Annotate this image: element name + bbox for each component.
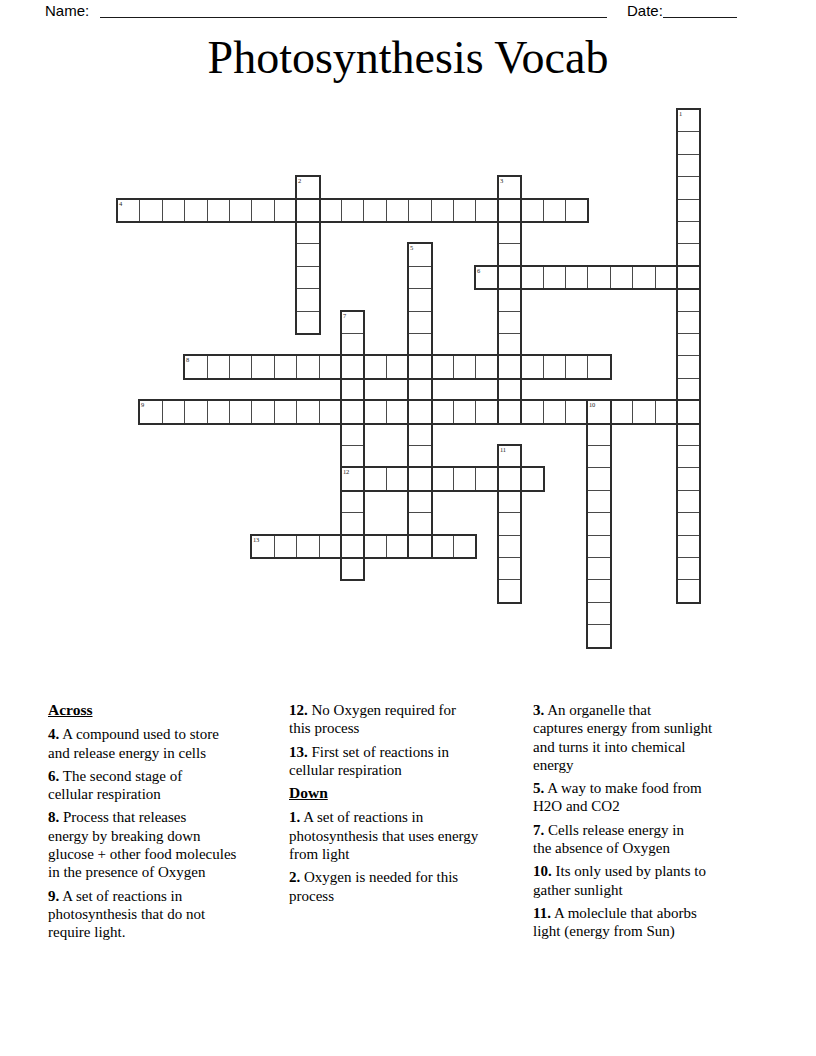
grid-cell[interactable] — [251, 355, 275, 379]
grid-cell[interactable] — [677, 176, 700, 200]
grid-cell[interactable] — [498, 199, 521, 222]
clue-number-label: 11. — [533, 905, 551, 921]
clue-6: 6. The second stage of cellular respirat… — [48, 767, 284, 804]
grid-cell[interactable] — [408, 333, 432, 356]
grid-cell[interactable] — [587, 400, 611, 424]
clue-number-label: 9. — [48, 888, 59, 904]
grid-cell[interactable] — [565, 355, 588, 379]
grid-cell[interactable] — [610, 400, 633, 424]
clue-text: A way to make food from H2O and CO2 — [533, 780, 702, 814]
grid-cell[interactable] — [184, 400, 208, 424]
grid-cell[interactable] — [408, 378, 432, 401]
grid-cell[interactable] — [677, 423, 700, 446]
clue-text: The second stage of cellular respiration — [48, 768, 182, 802]
grid-cell[interactable] — [139, 199, 163, 222]
grid-cell[interactable] — [319, 355, 342, 379]
grid-cell[interactable] — [677, 557, 700, 580]
grid-cell[interactable] — [386, 467, 409, 491]
grid-cell[interactable] — [565, 199, 588, 222]
grid-cell[interactable] — [431, 400, 454, 424]
clue-number-label: 3. — [533, 702, 544, 718]
grid-cell[interactable] — [543, 199, 566, 222]
clue-12: 12. No Oxygen required for this process — [289, 701, 521, 738]
grid-cell[interactable] — [475, 199, 499, 222]
grid-cell[interactable] — [587, 490, 611, 513]
crossword-grid: 12345678910111213 — [117, 109, 701, 649]
grid-cell[interactable] — [162, 400, 185, 424]
down-heading: Down — [289, 784, 521, 802]
clue-text: An organelle that captures energy from s… — [533, 702, 712, 773]
clue-2: 2. Oxygen is needed for this process — [289, 868, 521, 905]
grid-cell[interactable] — [274, 535, 297, 558]
grid-cell[interactable] — [498, 400, 521, 424]
grid-cell[interactable] — [341, 333, 364, 356]
clue-number-label: 8. — [48, 809, 59, 825]
grid-cell[interactable] — [341, 557, 364, 580]
grid-cell[interactable] — [543, 266, 566, 289]
clue-1: 1. A set of reactions in photosynthesis … — [289, 808, 521, 863]
grid-cell[interactable] — [408, 355, 432, 379]
clue-number-label: 7. — [533, 822, 544, 838]
grid-cell[interactable] — [408, 400, 432, 424]
page-title: Photosynthesis Vocab — [0, 33, 816, 84]
grid-cell[interactable] — [677, 221, 700, 244]
grid-cell[interactable] — [296, 199, 320, 222]
grid-cell[interactable] — [386, 535, 409, 558]
grid-cell[interactable] — [677, 243, 700, 267]
grid-cell[interactable] — [386, 400, 409, 424]
grid-cell[interactable] — [498, 557, 521, 580]
grid-cell[interactable] — [363, 535, 387, 558]
clue-number-label: 13. — [289, 744, 308, 760]
grid-cell[interactable] — [475, 266, 499, 289]
grid-cell[interactable] — [296, 311, 320, 334]
grid-cell[interactable] — [431, 199, 454, 222]
grid-cell[interactable] — [677, 355, 700, 379]
grid-cell[interactable] — [274, 355, 297, 379]
grid-cell[interactable] — [498, 333, 521, 356]
grid-cell[interactable] — [251, 535, 275, 558]
grid-cell[interactable] — [184, 199, 208, 222]
grid-cell[interactable] — [386, 355, 409, 379]
grid-cell[interactable] — [408, 199, 432, 222]
name-blank-line[interactable] — [100, 1, 607, 18]
grid-cell[interactable] — [677, 378, 700, 401]
grid-cell[interactable] — [251, 400, 275, 424]
grid-cell[interactable] — [655, 266, 678, 289]
grid-cell[interactable] — [431, 535, 454, 558]
grid-cell[interactable] — [341, 445, 364, 468]
grid-cell[interactable] — [655, 400, 678, 424]
grid-cell[interactable] — [587, 467, 611, 491]
grid-cell[interactable] — [296, 288, 320, 312]
grid-cell[interactable] — [520, 199, 544, 222]
grid-cell[interactable] — [565, 266, 588, 289]
grid-cell[interactable] — [677, 199, 700, 222]
grid-cell[interactable] — [363, 199, 387, 222]
grid-cell[interactable] — [498, 579, 521, 603]
grid-cell[interactable] — [341, 467, 364, 491]
grid-cell[interactable] — [677, 400, 700, 424]
grid-cell[interactable] — [341, 311, 364, 334]
grid-cell[interactable] — [431, 467, 454, 491]
grid-cell[interactable] — [677, 490, 700, 513]
grid-cell[interactable] — [274, 400, 297, 424]
clue-text: Its only used by plants to gather sunlig… — [533, 863, 706, 897]
grid-cell[interactable] — [498, 288, 521, 312]
grid-cell[interactable] — [386, 199, 409, 222]
clue-9: 9. A set of reactions in photosynthesis … — [48, 887, 284, 942]
grid-cell[interactable] — [207, 199, 230, 222]
grid-cell[interactable] — [341, 378, 364, 401]
grid-cell[interactable] — [296, 355, 320, 379]
grid-cell[interactable] — [408, 266, 432, 289]
clue-text: No Oxygen required for this process — [289, 702, 456, 736]
grid-cell[interactable] — [677, 333, 700, 356]
grid-cell[interactable] — [543, 355, 566, 379]
grid-cell[interactable] — [587, 602, 611, 625]
clue-number-label: 2. — [289, 869, 300, 885]
grid-cell[interactable] — [498, 243, 521, 267]
grid-cell[interactable] — [341, 423, 364, 446]
clue-3: 3. An organelle that captures energy fro… — [533, 701, 769, 774]
grid-cell[interactable] — [341, 199, 364, 222]
grid-cell[interactable] — [319, 535, 342, 558]
grid-cell[interactable] — [408, 490, 432, 513]
grid-cell[interactable] — [207, 355, 230, 379]
clue-text: Oxygen is needed for this process — [289, 869, 458, 903]
grid-cell[interactable] — [543, 400, 566, 424]
across-heading: Across — [48, 701, 284, 719]
grid-cell[interactable] — [498, 176, 521, 200]
grid-cell[interactable] — [296, 266, 320, 289]
clue-number-label: 10. — [533, 863, 552, 879]
grid-cell[interactable] — [677, 445, 700, 468]
grid-cell[interactable] — [207, 400, 230, 424]
grid-cell[interactable] — [610, 266, 633, 289]
grid-cell[interactable] — [363, 355, 387, 379]
grid-cell[interactable] — [677, 311, 700, 334]
clue-text: A moleclule that aborbs light (energy fr… — [533, 905, 697, 939]
grid-cell[interactable] — [453, 535, 476, 558]
clue-11: 11. A moleclule that aborbs light (energ… — [533, 904, 769, 941]
grid-cell[interactable] — [632, 400, 656, 424]
clue-13: 13. First set of reactions in cellular r… — [289, 743, 521, 780]
grid-cell[interactable] — [341, 400, 364, 424]
grid-cell[interactable] — [587, 557, 611, 580]
grid-cell[interactable] — [139, 400, 163, 424]
grid-cell[interactable] — [677, 579, 700, 603]
clue-8: 8. Process that releases energy by break… — [48, 808, 284, 881]
clue-column-2: 12. No Oxygen required for this process1… — [289, 701, 521, 910]
grid-cell[interactable] — [498, 311, 521, 334]
grid-cell[interactable] — [229, 199, 252, 222]
date-blank-line[interactable] — [663, 1, 737, 18]
worksheet-page: Name: Date: Photosynthesis Vocab 1234567… — [0, 0, 816, 1056]
clue-text: First set of reactions in cellular respi… — [289, 744, 449, 778]
grid-cell[interactable] — [520, 400, 544, 424]
grid-cell[interactable] — [431, 355, 454, 379]
grid-cell[interactable] — [587, 423, 611, 446]
grid-cell[interactable] — [498, 378, 521, 401]
grid-cell[interactable] — [319, 199, 342, 222]
grid-cell[interactable] — [408, 243, 432, 267]
grid-cell[interactable] — [632, 266, 656, 289]
clue-number-label: 5. — [533, 780, 544, 796]
grid-cell[interactable] — [677, 512, 700, 536]
grid-cell[interactable] — [453, 400, 476, 424]
grid-cell[interactable] — [341, 512, 364, 536]
clue-text: Cells release energy in the absence of O… — [533, 822, 684, 856]
grid-cell[interactable] — [341, 490, 364, 513]
grid-cell[interactable] — [296, 535, 320, 558]
grid-cell[interactable] — [229, 400, 252, 424]
grid-cell[interactable] — [587, 579, 611, 603]
grid-cell[interactable] — [296, 400, 320, 424]
grid-cell[interactable] — [587, 535, 611, 558]
grid-cell[interactable] — [520, 467, 544, 491]
grid-cell[interactable] — [184, 355, 208, 379]
grid-cell[interactable] — [408, 535, 432, 558]
grid-cell[interactable] — [296, 221, 320, 244]
grid-cell[interactable] — [498, 445, 521, 468]
grid-cell[interactable] — [677, 467, 700, 491]
grid-cell[interactable] — [475, 355, 499, 379]
clue-text: A set of reactions in photosynthesis tha… — [289, 809, 478, 862]
grid-cell[interactable] — [162, 199, 185, 222]
grid-cell[interactable] — [677, 154, 700, 177]
grid-cell[interactable] — [363, 467, 387, 491]
grid-cell[interactable] — [498, 535, 521, 558]
grid-cell[interactable] — [408, 288, 432, 312]
grid-cell[interactable] — [408, 311, 432, 334]
grid-cell[interactable] — [498, 355, 521, 379]
grid-cell[interactable] — [229, 355, 252, 379]
grid-cell[interactable] — [341, 535, 364, 558]
clue-number-label: 1. — [289, 809, 300, 825]
grid-cell[interactable] — [520, 266, 544, 289]
grid-cell[interactable] — [319, 400, 342, 424]
grid-cell[interactable] — [677, 109, 700, 132]
grid-cell[interactable] — [587, 445, 611, 468]
grid-cell[interactable] — [475, 467, 499, 491]
grid-cell[interactable] — [453, 355, 476, 379]
clue-text: A set of reactions in photosynthesis tha… — [48, 888, 205, 941]
grid-cell[interactable] — [498, 490, 521, 513]
grid-cell[interactable] — [296, 176, 320, 200]
grid-cell[interactable] — [296, 243, 320, 267]
clue-5: 5. A way to make food from H2O and CO2 — [533, 779, 769, 816]
grid-cell[interactable] — [587, 355, 611, 379]
grid-cell[interactable] — [677, 288, 700, 312]
grid-cell[interactable] — [498, 467, 521, 491]
grid-cell[interactable] — [408, 445, 432, 468]
grid-cell[interactable] — [498, 221, 521, 244]
clue-column-3: 3. An organelle that captures energy fro… — [533, 701, 769, 946]
clue-10: 10. Its only used by plants to gather su… — [533, 862, 769, 899]
grid-cell[interactable] — [587, 266, 611, 289]
date-label: Date: — [627, 2, 663, 19]
grid-cell[interactable] — [677, 131, 700, 155]
clue-number-label: 12. — [289, 702, 308, 718]
grid-cell[interactable] — [565, 400, 588, 424]
name-label: Name: — [45, 2, 89, 19]
grid-cell[interactable] — [677, 535, 700, 558]
grid-cell[interactable] — [498, 266, 521, 289]
clue-number-label: 4. — [48, 726, 59, 742]
clue-text: Process that releases energy by breaking… — [48, 809, 236, 880]
grid-cell[interactable] — [274, 199, 297, 222]
clue-number-label: 6. — [48, 768, 59, 784]
grid-cell[interactable] — [341, 355, 364, 379]
grid-cell[interactable] — [498, 512, 521, 536]
grid-cell[interactable] — [677, 266, 700, 289]
grid-cell[interactable] — [408, 512, 432, 536]
grid-cell[interactable] — [363, 400, 387, 424]
clue-7: 7. Cells release energy in the absence o… — [533, 821, 769, 858]
clue-text: A compound used to store and release ene… — [48, 726, 219, 760]
grid-cell[interactable] — [453, 467, 476, 491]
grid-cell[interactable] — [453, 199, 476, 222]
grid-cell[interactable] — [408, 423, 432, 446]
grid-cell[interactable] — [475, 400, 499, 424]
grid-cell[interactable] — [117, 199, 140, 222]
grid-cell[interactable] — [408, 467, 432, 491]
grid-cell[interactable] — [251, 199, 275, 222]
grid-cell[interactable] — [587, 512, 611, 536]
clue-4: 4. A compound used to store and release … — [48, 725, 284, 762]
clue-column-1: Across4. A compound used to store and re… — [48, 701, 284, 947]
grid-cell[interactable] — [520, 355, 544, 379]
grid-cell[interactable] — [587, 624, 611, 648]
